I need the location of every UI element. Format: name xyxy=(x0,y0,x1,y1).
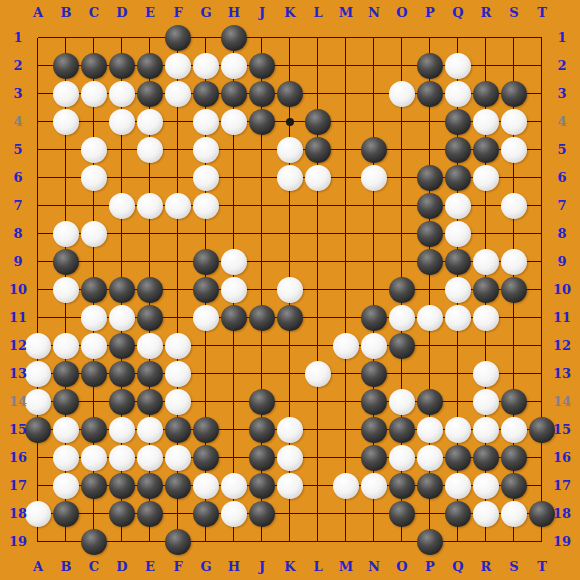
intersection-L6[interactable] xyxy=(304,164,332,192)
intersection-N3[interactable] xyxy=(360,80,388,108)
intersection-Q7[interactable] xyxy=(444,192,472,220)
intersection-J9[interactable] xyxy=(248,248,276,276)
intersection-S14[interactable] xyxy=(500,388,528,416)
intersection-N18[interactable] xyxy=(360,500,388,528)
intersection-F7[interactable] xyxy=(164,192,192,220)
intersection-Q2[interactable] xyxy=(444,52,472,80)
intersection-P12[interactable] xyxy=(416,332,444,360)
intersection-N6[interactable] xyxy=(360,164,388,192)
intersection-L13[interactable] xyxy=(304,360,332,388)
intersection-C18[interactable] xyxy=(80,500,108,528)
intersection-O2[interactable] xyxy=(388,52,416,80)
intersection-S6[interactable] xyxy=(500,164,528,192)
intersection-C10[interactable] xyxy=(80,276,108,304)
intersection-H13[interactable] xyxy=(220,360,248,388)
intersection-J14[interactable] xyxy=(248,388,276,416)
intersection-G14[interactable] xyxy=(192,388,220,416)
intersection-K18[interactable] xyxy=(276,500,304,528)
intersection-G16[interactable] xyxy=(192,444,220,472)
intersection-K9[interactable] xyxy=(276,248,304,276)
intersection-C15[interactable] xyxy=(80,416,108,444)
intersection-P16[interactable] xyxy=(416,444,444,472)
intersection-P13[interactable] xyxy=(416,360,444,388)
intersection-B4[interactable] xyxy=(52,108,80,136)
intersection-H5[interactable] xyxy=(220,136,248,164)
intersection-E14[interactable] xyxy=(136,388,164,416)
intersection-K19[interactable] xyxy=(276,528,304,556)
intersection-G1[interactable] xyxy=(192,24,220,52)
intersection-O1[interactable] xyxy=(388,24,416,52)
intersection-Q19[interactable] xyxy=(444,528,472,556)
intersection-J8[interactable] xyxy=(248,220,276,248)
intersection-Q14[interactable] xyxy=(444,388,472,416)
intersection-D9[interactable] xyxy=(108,248,136,276)
intersection-S8[interactable] xyxy=(500,220,528,248)
intersection-G18[interactable] xyxy=(192,500,220,528)
intersection-Q3[interactable] xyxy=(444,80,472,108)
intersection-J2[interactable] xyxy=(248,52,276,80)
intersection-E12[interactable] xyxy=(136,332,164,360)
intersection-E5[interactable] xyxy=(136,136,164,164)
intersection-B19[interactable] xyxy=(52,528,80,556)
intersection-H7[interactable] xyxy=(220,192,248,220)
intersection-J19[interactable] xyxy=(248,528,276,556)
intersection-R13[interactable] xyxy=(472,360,500,388)
intersection-G17[interactable] xyxy=(192,472,220,500)
intersection-Q6[interactable] xyxy=(444,164,472,192)
intersection-L14[interactable] xyxy=(304,388,332,416)
intersection-S15[interactable] xyxy=(500,416,528,444)
intersection-J17[interactable] xyxy=(248,472,276,500)
intersection-P8[interactable] xyxy=(416,220,444,248)
intersection-F15[interactable] xyxy=(164,416,192,444)
intersection-G5[interactable] xyxy=(192,136,220,164)
intersection-B3[interactable] xyxy=(52,80,80,108)
intersection-E11[interactable] xyxy=(136,304,164,332)
intersection-O8[interactable] xyxy=(388,220,416,248)
intersection-G9[interactable] xyxy=(192,248,220,276)
intersection-H16[interactable] xyxy=(220,444,248,472)
intersection-N16[interactable] xyxy=(360,444,388,472)
intersection-H2[interactable] xyxy=(220,52,248,80)
intersection-P11[interactable] xyxy=(416,304,444,332)
intersection-Q13[interactable] xyxy=(444,360,472,388)
intersection-N13[interactable] xyxy=(360,360,388,388)
intersection-P1[interactable] xyxy=(416,24,444,52)
intersection-S4[interactable] xyxy=(500,108,528,136)
intersection-Q4[interactable] xyxy=(444,108,472,136)
intersection-Q1[interactable] xyxy=(444,24,472,52)
intersection-O5[interactable] xyxy=(388,136,416,164)
intersection-N1[interactable] xyxy=(360,24,388,52)
intersection-E18[interactable] xyxy=(136,500,164,528)
intersection-J7[interactable] xyxy=(248,192,276,220)
intersection-D18[interactable] xyxy=(108,500,136,528)
intersection-D14[interactable] xyxy=(108,388,136,416)
intersection-M4[interactable] xyxy=(332,108,360,136)
intersection-B14[interactable] xyxy=(52,388,80,416)
intersection-M16[interactable] xyxy=(332,444,360,472)
intersection-D15[interactable] xyxy=(108,416,136,444)
intersection-M13[interactable] xyxy=(332,360,360,388)
intersection-J1[interactable] xyxy=(248,24,276,52)
intersection-D6[interactable] xyxy=(108,164,136,192)
intersection-M7[interactable] xyxy=(332,192,360,220)
intersection-K10[interactable] xyxy=(276,276,304,304)
intersection-G10[interactable] xyxy=(192,276,220,304)
intersection-O3[interactable] xyxy=(388,80,416,108)
intersection-J5[interactable] xyxy=(248,136,276,164)
intersection-C5[interactable] xyxy=(80,136,108,164)
intersection-D13[interactable] xyxy=(108,360,136,388)
intersection-R10[interactable] xyxy=(472,276,500,304)
intersection-M8[interactable] xyxy=(332,220,360,248)
intersection-S9[interactable] xyxy=(500,248,528,276)
intersection-F5[interactable] xyxy=(164,136,192,164)
intersection-F1[interactable] xyxy=(164,24,192,52)
intersection-S12[interactable] xyxy=(500,332,528,360)
intersection-N10[interactable] xyxy=(360,276,388,304)
intersection-O15[interactable] xyxy=(388,416,416,444)
intersection-O11[interactable] xyxy=(388,304,416,332)
intersection-R6[interactable] xyxy=(472,164,500,192)
intersection-E13[interactable] xyxy=(136,360,164,388)
intersection-R12[interactable] xyxy=(472,332,500,360)
intersection-S5[interactable] xyxy=(500,136,528,164)
intersection-B9[interactable] xyxy=(52,248,80,276)
intersection-Q12[interactable] xyxy=(444,332,472,360)
intersection-K4[interactable] xyxy=(276,108,304,136)
intersection-E9[interactable] xyxy=(136,248,164,276)
intersection-B11[interactable] xyxy=(52,304,80,332)
intersection-F14[interactable] xyxy=(164,388,192,416)
intersection-P7[interactable] xyxy=(416,192,444,220)
intersection-D12[interactable] xyxy=(108,332,136,360)
intersection-K7[interactable] xyxy=(276,192,304,220)
intersection-O10[interactable] xyxy=(388,276,416,304)
intersection-J12[interactable] xyxy=(248,332,276,360)
intersection-F9[interactable] xyxy=(164,248,192,276)
intersection-M17[interactable] xyxy=(332,472,360,500)
intersection-N8[interactable] xyxy=(360,220,388,248)
intersection-L12[interactable] xyxy=(304,332,332,360)
intersection-O7[interactable] xyxy=(388,192,416,220)
intersection-F13[interactable] xyxy=(164,360,192,388)
intersection-F2[interactable] xyxy=(164,52,192,80)
intersection-D2[interactable] xyxy=(108,52,136,80)
intersection-C9[interactable] xyxy=(80,248,108,276)
intersection-B6[interactable] xyxy=(52,164,80,192)
intersection-D8[interactable] xyxy=(108,220,136,248)
intersection-J16[interactable] xyxy=(248,444,276,472)
intersection-C12[interactable] xyxy=(80,332,108,360)
intersection-N2[interactable] xyxy=(360,52,388,80)
intersection-M11[interactable] xyxy=(332,304,360,332)
intersection-Q16[interactable] xyxy=(444,444,472,472)
intersection-G13[interactable] xyxy=(192,360,220,388)
intersection-B5[interactable] xyxy=(52,136,80,164)
intersection-S19[interactable] xyxy=(500,528,528,556)
intersection-H11[interactable] xyxy=(220,304,248,332)
intersection-K12[interactable] xyxy=(276,332,304,360)
intersection-D17[interactable] xyxy=(108,472,136,500)
intersection-P6[interactable] xyxy=(416,164,444,192)
intersection-R11[interactable] xyxy=(472,304,500,332)
intersection-C14[interactable] xyxy=(80,388,108,416)
intersection-O17[interactable] xyxy=(388,472,416,500)
intersection-H9[interactable] xyxy=(220,248,248,276)
intersection-N5[interactable] xyxy=(360,136,388,164)
intersection-R14[interactable] xyxy=(472,388,500,416)
intersection-O6[interactable] xyxy=(388,164,416,192)
intersection-B15[interactable] xyxy=(52,416,80,444)
intersection-E3[interactable] xyxy=(136,80,164,108)
intersection-P10[interactable] xyxy=(416,276,444,304)
intersection-S3[interactable] xyxy=(500,80,528,108)
intersection-S10[interactable] xyxy=(500,276,528,304)
intersection-R5[interactable] xyxy=(472,136,500,164)
intersection-K5[interactable] xyxy=(276,136,304,164)
intersection-H6[interactable] xyxy=(220,164,248,192)
intersection-R1[interactable] xyxy=(472,24,500,52)
intersection-O13[interactable] xyxy=(388,360,416,388)
intersection-H19[interactable] xyxy=(220,528,248,556)
intersection-S18[interactable] xyxy=(500,500,528,528)
intersection-Q5[interactable] xyxy=(444,136,472,164)
intersection-L7[interactable] xyxy=(304,192,332,220)
intersection-C13[interactable] xyxy=(80,360,108,388)
intersection-L5[interactable] xyxy=(304,136,332,164)
intersection-M1[interactable] xyxy=(332,24,360,52)
intersection-H12[interactable] xyxy=(220,332,248,360)
intersection-L4[interactable] xyxy=(304,108,332,136)
intersection-D3[interactable] xyxy=(108,80,136,108)
intersection-C8[interactable] xyxy=(80,220,108,248)
intersection-K8[interactable] xyxy=(276,220,304,248)
intersection-E8[interactable] xyxy=(136,220,164,248)
intersection-C2[interactable] xyxy=(80,52,108,80)
intersection-F18[interactable] xyxy=(164,500,192,528)
intersection-R8[interactable] xyxy=(472,220,500,248)
intersection-E1[interactable] xyxy=(136,24,164,52)
intersection-G11[interactable] xyxy=(192,304,220,332)
intersection-K6[interactable] xyxy=(276,164,304,192)
intersection-O12[interactable] xyxy=(388,332,416,360)
intersection-J6[interactable] xyxy=(248,164,276,192)
intersection-B1[interactable] xyxy=(52,24,80,52)
intersection-S7[interactable] xyxy=(500,192,528,220)
intersection-H14[interactable] xyxy=(220,388,248,416)
intersection-G3[interactable] xyxy=(192,80,220,108)
intersection-C1[interactable] xyxy=(80,24,108,52)
intersection-K11[interactable] xyxy=(276,304,304,332)
intersection-Q10[interactable] xyxy=(444,276,472,304)
intersection-L1[interactable] xyxy=(304,24,332,52)
intersection-F17[interactable] xyxy=(164,472,192,500)
intersection-C4[interactable] xyxy=(80,108,108,136)
intersection-E19[interactable] xyxy=(136,528,164,556)
intersection-D4[interactable] xyxy=(108,108,136,136)
intersection-Q9[interactable] xyxy=(444,248,472,276)
intersection-K15[interactable] xyxy=(276,416,304,444)
intersection-L15[interactable] xyxy=(304,416,332,444)
intersection-M2[interactable] xyxy=(332,52,360,80)
intersection-H10[interactable] xyxy=(220,276,248,304)
intersection-R15[interactable] xyxy=(472,416,500,444)
intersection-R3[interactable] xyxy=(472,80,500,108)
intersection-C7[interactable] xyxy=(80,192,108,220)
intersection-R2[interactable] xyxy=(472,52,500,80)
intersection-P18[interactable] xyxy=(416,500,444,528)
intersection-L3[interactable] xyxy=(304,80,332,108)
intersection-S11[interactable] xyxy=(500,304,528,332)
intersection-K17[interactable] xyxy=(276,472,304,500)
intersection-B12[interactable] xyxy=(52,332,80,360)
intersection-L8[interactable] xyxy=(304,220,332,248)
intersection-L2[interactable] xyxy=(304,52,332,80)
intersection-S2[interactable] xyxy=(500,52,528,80)
intersection-P5[interactable] xyxy=(416,136,444,164)
intersection-S16[interactable] xyxy=(500,444,528,472)
intersection-B16[interactable] xyxy=(52,444,80,472)
intersection-B2[interactable] xyxy=(52,52,80,80)
intersection-H17[interactable] xyxy=(220,472,248,500)
intersection-N9[interactable] xyxy=(360,248,388,276)
intersection-D19[interactable] xyxy=(108,528,136,556)
intersection-J4[interactable] xyxy=(248,108,276,136)
intersection-N19[interactable] xyxy=(360,528,388,556)
intersection-G4[interactable] xyxy=(192,108,220,136)
intersection-E10[interactable] xyxy=(136,276,164,304)
intersection-L19[interactable] xyxy=(304,528,332,556)
intersection-R19[interactable] xyxy=(472,528,500,556)
intersection-J10[interactable] xyxy=(248,276,276,304)
intersection-O14[interactable] xyxy=(388,388,416,416)
intersection-K13[interactable] xyxy=(276,360,304,388)
intersection-K3[interactable] xyxy=(276,80,304,108)
intersection-G12[interactable] xyxy=(192,332,220,360)
intersection-R17[interactable] xyxy=(472,472,500,500)
intersection-Q8[interactable] xyxy=(444,220,472,248)
intersection-E7[interactable] xyxy=(136,192,164,220)
intersection-P9[interactable] xyxy=(416,248,444,276)
intersection-K1[interactable] xyxy=(276,24,304,52)
intersection-C17[interactable] xyxy=(80,472,108,500)
intersection-L16[interactable] xyxy=(304,444,332,472)
intersection-R16[interactable] xyxy=(472,444,500,472)
intersection-M15[interactable] xyxy=(332,416,360,444)
intersection-D5[interactable] xyxy=(108,136,136,164)
intersection-L18[interactable] xyxy=(304,500,332,528)
intersection-P17[interactable] xyxy=(416,472,444,500)
intersection-M10[interactable] xyxy=(332,276,360,304)
intersection-F8[interactable] xyxy=(164,220,192,248)
intersection-H15[interactable] xyxy=(220,416,248,444)
intersection-O18[interactable] xyxy=(388,500,416,528)
intersection-N17[interactable] xyxy=(360,472,388,500)
intersection-C19[interactable] xyxy=(80,528,108,556)
intersection-O19[interactable] xyxy=(388,528,416,556)
intersection-G19[interactable] xyxy=(192,528,220,556)
intersection-B7[interactable] xyxy=(52,192,80,220)
intersection-J18[interactable] xyxy=(248,500,276,528)
intersection-H4[interactable] xyxy=(220,108,248,136)
intersection-J13[interactable] xyxy=(248,360,276,388)
intersection-O9[interactable] xyxy=(388,248,416,276)
intersection-G8[interactable] xyxy=(192,220,220,248)
intersection-M18[interactable] xyxy=(332,500,360,528)
intersection-Q18[interactable] xyxy=(444,500,472,528)
intersection-H1[interactable] xyxy=(220,24,248,52)
intersection-J15[interactable] xyxy=(248,416,276,444)
intersection-D11[interactable] xyxy=(108,304,136,332)
intersection-L10[interactable] xyxy=(304,276,332,304)
intersection-R9[interactable] xyxy=(472,248,500,276)
intersection-N4[interactable] xyxy=(360,108,388,136)
intersection-C3[interactable] xyxy=(80,80,108,108)
intersection-Q15[interactable] xyxy=(444,416,472,444)
intersection-Q11[interactable] xyxy=(444,304,472,332)
intersection-E15[interactable] xyxy=(136,416,164,444)
intersection-L11[interactable] xyxy=(304,304,332,332)
intersection-G6[interactable] xyxy=(192,164,220,192)
intersection-P15[interactable] xyxy=(416,416,444,444)
intersection-H18[interactable] xyxy=(220,500,248,528)
intersection-P14[interactable] xyxy=(416,388,444,416)
intersection-S13[interactable] xyxy=(500,360,528,388)
intersection-M9[interactable] xyxy=(332,248,360,276)
intersection-K14[interactable] xyxy=(276,388,304,416)
intersection-N7[interactable] xyxy=(360,192,388,220)
intersection-B13[interactable] xyxy=(52,360,80,388)
intersection-M14[interactable] xyxy=(332,388,360,416)
intersection-P4[interactable] xyxy=(416,108,444,136)
intersection-R18[interactable] xyxy=(472,500,500,528)
intersection-G7[interactable] xyxy=(192,192,220,220)
intersection-H8[interactable] xyxy=(220,220,248,248)
intersection-D7[interactable] xyxy=(108,192,136,220)
intersection-M5[interactable] xyxy=(332,136,360,164)
intersection-F19[interactable] xyxy=(164,528,192,556)
intersection-S17[interactable] xyxy=(500,472,528,500)
intersection-Q17[interactable] xyxy=(444,472,472,500)
intersection-F16[interactable] xyxy=(164,444,192,472)
intersection-P19[interactable] xyxy=(416,528,444,556)
intersection-P2[interactable] xyxy=(416,52,444,80)
intersection-O16[interactable] xyxy=(388,444,416,472)
intersection-D1[interactable] xyxy=(108,24,136,52)
intersection-F11[interactable] xyxy=(164,304,192,332)
intersection-E17[interactable] xyxy=(136,472,164,500)
intersection-D10[interactable] xyxy=(108,276,136,304)
intersection-B18[interactable] xyxy=(52,500,80,528)
intersection-R4[interactable] xyxy=(472,108,500,136)
intersection-G2[interactable] xyxy=(192,52,220,80)
intersection-R7[interactable] xyxy=(472,192,500,220)
intersection-F3[interactable] xyxy=(164,80,192,108)
intersection-K16[interactable] xyxy=(276,444,304,472)
intersection-L9[interactable] xyxy=(304,248,332,276)
intersection-J3[interactable] xyxy=(248,80,276,108)
intersection-S1[interactable] xyxy=(500,24,528,52)
intersection-B8[interactable] xyxy=(52,220,80,248)
intersection-D16[interactable] xyxy=(108,444,136,472)
intersection-M19[interactable] xyxy=(332,528,360,556)
intersection-C6[interactable] xyxy=(80,164,108,192)
intersection-N14[interactable] xyxy=(360,388,388,416)
intersection-E16[interactable] xyxy=(136,444,164,472)
intersection-L17[interactable] xyxy=(304,472,332,500)
